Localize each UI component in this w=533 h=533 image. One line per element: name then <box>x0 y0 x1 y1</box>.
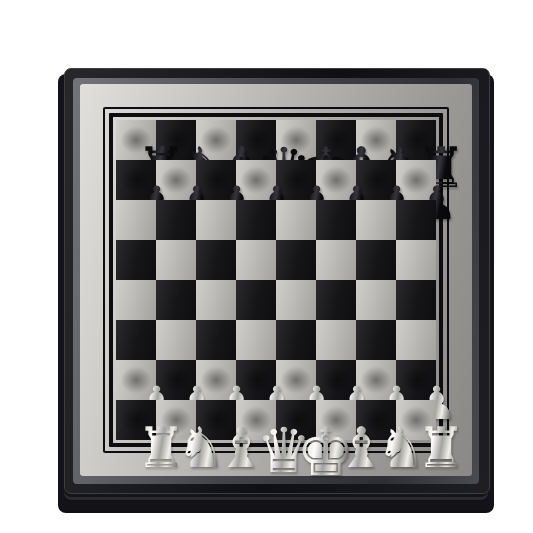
square-f3 <box>316 320 356 360</box>
square-c4 <box>196 280 236 320</box>
square-b5 <box>156 240 196 280</box>
square-d4 <box>236 280 276 320</box>
square-a6 <box>116 200 156 240</box>
square-f5 <box>316 240 356 280</box>
piece-silver-rook-a1: ♜ <box>136 420 186 476</box>
square-b6 <box>156 200 196 240</box>
square-f6 <box>316 200 356 240</box>
square-b3 <box>156 320 196 360</box>
square-e6 <box>276 200 316 240</box>
square-g5 <box>356 240 396 280</box>
square-a5 <box>116 240 156 280</box>
square-a7: ♟ <box>116 160 156 200</box>
square-a8: ♜ <box>116 120 156 160</box>
square-f4 <box>316 280 356 320</box>
square-e5 <box>276 240 316 280</box>
square-a2: ♟ <box>116 360 156 400</box>
product-photo-canvas: ♜♞♝♛♚♝♞♜♟♟♟♟♟♟♟♟♟♟♟♟♟♟♟♟♜♞♝♛♚♝♞♜ <box>0 0 533 533</box>
square-a1: ♜ <box>116 400 156 440</box>
square-d5 <box>236 240 276 280</box>
square-e4 <box>276 280 316 320</box>
square-d3 <box>236 320 276 360</box>
square-a3 <box>116 320 156 360</box>
square-b4 <box>156 280 196 320</box>
square-g4 <box>356 280 396 320</box>
chess-board-grid: ♜♞♝♛♚♝♞♜♟♟♟♟♟♟♟♟♟♟♟♟♟♟♟♟♜♞♝♛♚♝♞♜ <box>116 120 436 440</box>
square-g6 <box>356 200 396 240</box>
square-g3 <box>356 320 396 360</box>
square-d6 <box>236 200 276 240</box>
square-c5 <box>196 240 236 280</box>
square-h3 <box>396 320 436 360</box>
square-e3 <box>276 320 316 360</box>
square-a4 <box>116 280 156 320</box>
square-h4 <box>396 280 436 320</box>
square-c6 <box>196 200 236 240</box>
square-c3 <box>196 320 236 360</box>
square-h5 <box>396 240 436 280</box>
square-h6 <box>396 200 436 240</box>
